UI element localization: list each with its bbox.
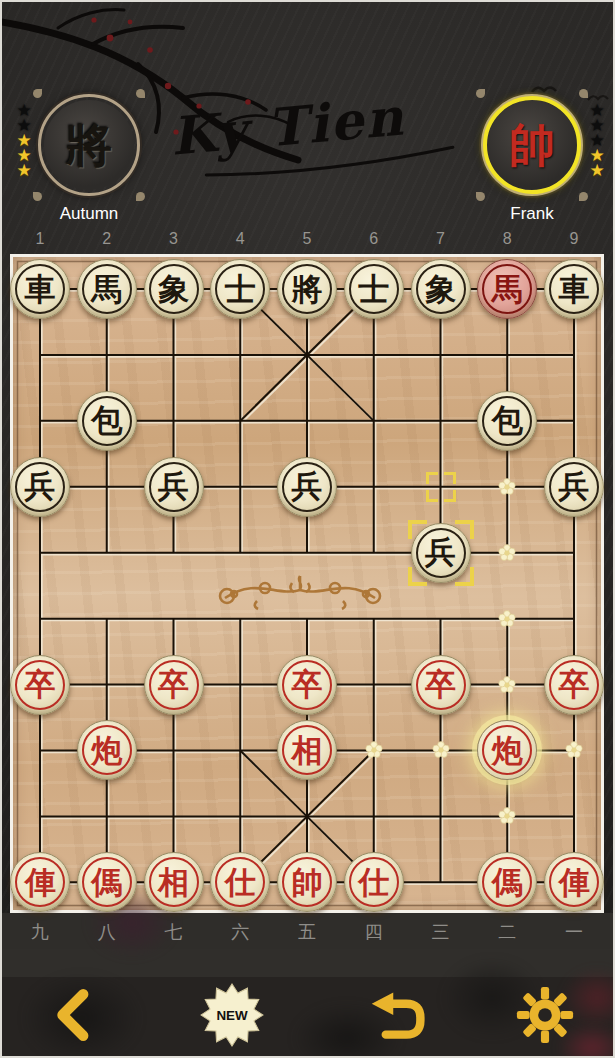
board-point-7-9[interactable] — [407, 783, 474, 849]
piece-glyph: 相 — [292, 735, 323, 766]
new-game-button[interactable]: NEW — [198, 981, 266, 1049]
piece-black-兵-7-5[interactable]: 兵 — [411, 523, 471, 583]
piece-black-車-1-1[interactable]: 車 — [10, 259, 70, 319]
gear-icon — [516, 986, 574, 1044]
board-point-3-6[interactable] — [140, 586, 207, 652]
board-point-1-6[interactable] — [7, 586, 74, 652]
file-label-top: 6 — [341, 230, 407, 248]
piece-glyph: 象 — [158, 274, 189, 305]
active-turn-ring — [483, 96, 581, 194]
piece-glyph: 兵 — [158, 471, 189, 502]
back-chevron-icon — [49, 987, 105, 1043]
file-label-bottom: 二 — [474, 920, 540, 944]
board-point-5-2[interactable] — [274, 322, 341, 388]
file-label-bottom: 一 — [541, 920, 607, 944]
footer: 九八七六五四三二一 NEW — [2, 913, 615, 1058]
board-point-8-9[interactable] — [474, 783, 541, 849]
board-point-3-1[interactable]: 象 — [140, 256, 207, 322]
board-point-6-10[interactable]: 仕 — [340, 849, 407, 915]
board-point-3-8[interactable] — [140, 718, 207, 784]
piece-red-卒-3-7[interactable]: 卒 — [144, 655, 204, 715]
board-point-5-10[interactable]: 帥 — [274, 849, 341, 915]
board-point-8-3[interactable]: 包 — [474, 388, 541, 454]
board-point-4-2[interactable] — [207, 322, 274, 388]
new-button-label: NEW — [216, 1008, 248, 1023]
board-point-7-3[interactable] — [407, 388, 474, 454]
piece-red-卒-5-7[interactable]: 卒 — [277, 655, 337, 715]
board-point-2-7[interactable] — [73, 652, 140, 718]
board-point-9-9[interactable] — [541, 783, 608, 849]
board-point-6-9[interactable] — [340, 783, 407, 849]
board-point-8-7[interactable] — [474, 652, 541, 718]
piece-glyph: 卒 — [158, 669, 189, 700]
piece-glyph: 俥 — [25, 867, 56, 898]
file-label-top: 9 — [541, 230, 607, 248]
piece-glyph: 兵 — [559, 471, 590, 502]
board-point-6-1[interactable]: 士 — [340, 256, 407, 322]
piece-glyph: 炮 — [492, 735, 523, 766]
piece-glyph: 仕 — [225, 867, 256, 898]
xiangqi-app: 將 Autumn ★★★★★ 帥 Frank ★★★★★ Ky Tien 123… — [0, 0, 615, 1058]
black-general-glyph: 將 — [66, 122, 112, 168]
board-point-8-8[interactable]: 炮 — [474, 718, 541, 784]
undo-arrow-icon — [368, 988, 426, 1042]
piece-glyph: 傌 — [91, 867, 122, 898]
piece-red-傌-8-10[interactable]: 傌 — [477, 852, 537, 912]
board-point-4-9[interactable] — [207, 783, 274, 849]
piece-black-象-3-1[interactable]: 象 — [144, 259, 204, 319]
toolbar: NEW — [2, 977, 615, 1058]
piece-glyph: 車 — [25, 274, 56, 305]
file-label-top: 1 — [7, 230, 73, 248]
piece-red-俥-1-10[interactable]: 俥 — [10, 852, 70, 912]
board-point-3-3[interactable] — [140, 388, 207, 454]
piece-glyph: 帥 — [292, 867, 323, 898]
piece-red-仕-6-10[interactable]: 仕 — [344, 852, 404, 912]
file-label-top: 7 — [408, 230, 474, 248]
piece-black-車-9-1[interactable]: 車 — [544, 259, 604, 319]
board-point-2-3[interactable]: 包 — [73, 388, 140, 454]
piece-black-包-2-3[interactable]: 包 — [77, 391, 137, 451]
board-point-8-4[interactable] — [474, 454, 541, 520]
board-point-4-7[interactable] — [207, 652, 274, 718]
board-point-2-9[interactable] — [73, 783, 140, 849]
file-label-bottom: 九 — [7, 920, 73, 944]
piece-glyph: 車 — [559, 274, 590, 305]
board-point-3-5[interactable] — [140, 520, 207, 586]
settings-button[interactable] — [511, 981, 579, 1049]
board-point-4-5[interactable] — [207, 520, 274, 586]
piece-red-卒-7-7[interactable]: 卒 — [411, 655, 471, 715]
piece-black-馬-8-1[interactable]: 馬 — [477, 259, 537, 319]
player-red-avatar[interactable]: 帥 — [481, 94, 583, 196]
piece-glyph: 仕 — [358, 867, 389, 898]
xiangqi-board: 車馬象士將士象馬車包包兵兵兵兵兵卒卒卒卒卒炮相炮俥傌相仕帥仕傌俥 — [10, 254, 604, 913]
board-point-9-7[interactable]: 卒 — [541, 652, 608, 718]
player-red-name: Frank — [472, 204, 592, 224]
piece-red-炮-8-8[interactable]: 炮 — [477, 720, 537, 780]
piece-red-相-5-8[interactable]: 相 — [277, 720, 337, 780]
board-point-8-2[interactable] — [474, 322, 541, 388]
board-point-4-3[interactable] — [207, 388, 274, 454]
piece-black-包-8-3[interactable]: 包 — [477, 391, 537, 451]
board-point-4-10[interactable]: 仕 — [207, 849, 274, 915]
board-point-9-2[interactable] — [541, 322, 608, 388]
piece-red-俥-9-10[interactable]: 俥 — [544, 852, 604, 912]
legal-move-marker-8-7[interactable] — [497, 675, 517, 695]
board-point-7-8[interactable] — [407, 718, 474, 784]
player-black-stars: ★★★★★ — [14, 103, 34, 178]
board-point-5-7[interactable]: 卒 — [274, 652, 341, 718]
piece-glyph: 俥 — [559, 867, 590, 898]
piece-black-將-5-1[interactable]: 將 — [277, 259, 337, 319]
piece-glyph: 炮 — [91, 735, 122, 766]
board-point-2-6[interactable] — [73, 586, 140, 652]
board-point-7-5[interactable]: 兵 — [407, 520, 474, 586]
player-black-name: Autumn — [29, 204, 149, 224]
piece-red-卒-9-7[interactable]: 卒 — [544, 655, 604, 715]
piece-black-象-7-1[interactable]: 象 — [411, 259, 471, 319]
board-point-4-4[interactable] — [207, 454, 274, 520]
board-point-3-7[interactable]: 卒 — [140, 652, 207, 718]
board-point-5-3[interactable] — [274, 388, 341, 454]
piece-glyph: 象 — [425, 274, 456, 305]
board-point-2-1[interactable]: 馬 — [73, 256, 140, 322]
player-red-panel: 帥 Frank — [472, 94, 592, 224]
move-from-marker — [426, 472, 456, 502]
board-point-5-1[interactable]: 將 — [274, 256, 341, 322]
board-point-5-6[interactable] — [274, 586, 341, 652]
bottom-file-labels: 九八七六五四三二一 — [2, 913, 615, 949]
board-point-1-3[interactable] — [7, 388, 74, 454]
board-point-9-4[interactable]: 兵 — [541, 454, 608, 520]
board-point-5-5[interactable] — [274, 520, 341, 586]
player-red-stars: ★★★★★ — [587, 103, 607, 178]
piece-glyph: 馬 — [492, 274, 523, 305]
board-point-8-10[interactable]: 傌 — [474, 849, 541, 915]
board-point-2-2[interactable] — [73, 322, 140, 388]
legal-move-marker-6-8[interactable] — [364, 740, 384, 760]
board-point-6-2[interactable] — [340, 322, 407, 388]
file-label-bottom: 三 — [408, 920, 474, 944]
legal-move-marker-8-6[interactable] — [497, 609, 517, 629]
piece-glyph: 士 — [225, 274, 256, 305]
legal-move-marker-9-8[interactable] — [564, 740, 584, 760]
piece-glyph: 卒 — [292, 669, 323, 700]
piece-red-卒-1-7[interactable]: 卒 — [10, 655, 70, 715]
board-point-3-4[interactable]: 兵 — [140, 454, 207, 520]
board-point-2-4[interactable] — [73, 454, 140, 520]
piece-glyph: 馬 — [91, 274, 122, 305]
board-point-3-2[interactable] — [140, 322, 207, 388]
board-point-1-2[interactable] — [7, 322, 74, 388]
piece-glyph: 卒 — [425, 669, 456, 700]
board-point-9-6[interactable] — [541, 586, 608, 652]
piece-glyph: 包 — [91, 405, 122, 436]
board-point-1-10[interactable]: 俥 — [7, 849, 74, 915]
piece-red-相-3-10[interactable]: 相 — [144, 852, 204, 912]
board-point-5-8[interactable]: 相 — [274, 718, 341, 784]
board-point-9-10[interactable]: 俥 — [541, 849, 608, 915]
board-point-1-1[interactable]: 車 — [7, 256, 74, 322]
piece-glyph: 兵 — [25, 471, 56, 502]
piece-glyph: 卒 — [559, 669, 590, 700]
piece-red-炮-2-8[interactable]: 炮 — [77, 720, 137, 780]
piece-black-兵-9-4[interactable]: 兵 — [544, 457, 604, 517]
legal-move-marker-8-4[interactable] — [497, 477, 517, 497]
board-point-9-3[interactable] — [541, 388, 608, 454]
board-point-1-5[interactable] — [7, 520, 74, 586]
piece-black-士-4-1[interactable]: 士 — [210, 259, 270, 319]
board-point-9-8[interactable] — [541, 718, 608, 784]
piece-glyph: 傌 — [492, 867, 523, 898]
player-black-avatar[interactable]: 將 — [38, 94, 140, 196]
back-button[interactable] — [43, 981, 111, 1049]
file-label-top: 2 — [74, 230, 140, 248]
piece-glyph: 卒 — [25, 669, 56, 700]
piece-glyph: 兵 — [292, 471, 323, 502]
board-point-7-4[interactable] — [407, 454, 474, 520]
file-label-bottom: 四 — [341, 920, 407, 944]
board-grid: 車馬象士將士象馬車包包兵兵兵兵兵卒卒卒卒卒炮相炮俥傌相仕帥仕傌俥 — [7, 256, 608, 915]
board-point-1-8[interactable] — [7, 718, 74, 784]
file-label-bottom: 八 — [74, 920, 140, 944]
board-point-7-6[interactable] — [407, 586, 474, 652]
board-point-6-4[interactable] — [340, 454, 407, 520]
undo-button[interactable] — [363, 981, 431, 1049]
legal-move-marker-8-5[interactable] — [497, 543, 517, 563]
board-point-7-2[interactable] — [407, 322, 474, 388]
board-point-9-1[interactable]: 車 — [541, 256, 608, 322]
file-label-top: 3 — [141, 230, 207, 248]
piece-red-仕-4-10[interactable]: 仕 — [210, 852, 270, 912]
piece-black-兵-3-4[interactable]: 兵 — [144, 457, 204, 517]
piece-black-馬-2-1[interactable]: 馬 — [77, 259, 137, 319]
board-point-7-1[interactable]: 象 — [407, 256, 474, 322]
legal-move-marker-8-9[interactable] — [497, 806, 517, 826]
file-label-bottom: 五 — [274, 920, 340, 944]
board-point-5-9[interactable] — [274, 783, 341, 849]
piece-red-傌-2-10[interactable]: 傌 — [77, 852, 137, 912]
board-point-6-7[interactable] — [340, 652, 407, 718]
board-point-1-7[interactable]: 卒 — [7, 652, 74, 718]
board-point-6-6[interactable] — [340, 586, 407, 652]
board-point-4-8[interactable] — [207, 718, 274, 784]
file-label-bottom: 六 — [207, 920, 273, 944]
board-point-7-10[interactable] — [407, 849, 474, 915]
piece-glyph: 兵 — [425, 537, 456, 568]
piece-glyph: 相 — [158, 867, 189, 898]
piece-black-兵-5-4[interactable]: 兵 — [277, 457, 337, 517]
board-point-3-9[interactable] — [140, 783, 207, 849]
piece-red-帥-5-10[interactable]: 帥 — [277, 852, 337, 912]
board-point-6-8[interactable] — [340, 718, 407, 784]
rating-star: ★ — [14, 163, 34, 178]
board-point-2-8[interactable]: 炮 — [73, 718, 140, 784]
board-point-5-4[interactable]: 兵 — [274, 454, 341, 520]
board-point-2-5[interactable] — [73, 520, 140, 586]
new-starburst-icon: NEW — [199, 982, 265, 1048]
player-black-panel: 將 Autumn — [29, 94, 149, 224]
piece-black-士-6-1[interactable]: 士 — [344, 259, 404, 319]
board-point-6-3[interactable] — [340, 388, 407, 454]
piece-glyph: 士 — [358, 274, 389, 305]
board-point-8-5[interactable] — [474, 520, 541, 586]
piece-glyph: 包 — [492, 405, 523, 436]
board-point-4-6[interactable] — [207, 586, 274, 652]
file-label-top: 8 — [474, 230, 540, 248]
board-point-6-5[interactable] — [340, 520, 407, 586]
file-label-bottom: 七 — [141, 920, 207, 944]
board-point-7-7[interactable]: 卒 — [407, 652, 474, 718]
rating-star: ★ — [587, 163, 607, 178]
file-label-top: 5 — [274, 230, 340, 248]
board-point-1-4[interactable]: 兵 — [7, 454, 74, 520]
board-point-9-5[interactable] — [541, 520, 608, 586]
board-point-4-1[interactable]: 士 — [207, 256, 274, 322]
board-point-1-9[interactable] — [7, 783, 74, 849]
piece-black-兵-1-4[interactable]: 兵 — [10, 457, 70, 517]
piece-glyph: 將 — [292, 274, 323, 305]
file-label-top: 4 — [207, 230, 273, 248]
board-point-8-1[interactable]: 馬 — [474, 256, 541, 322]
board-point-8-6[interactable] — [474, 586, 541, 652]
legal-move-marker-7-8[interactable] — [431, 740, 451, 760]
